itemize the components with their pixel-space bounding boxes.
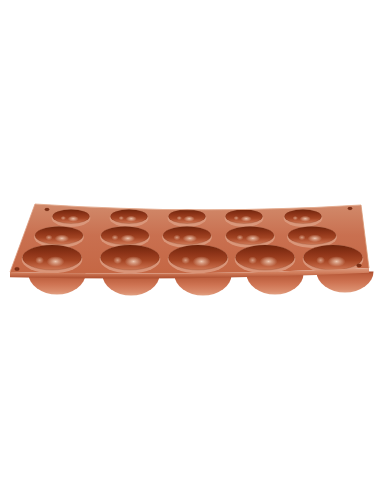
cavity [52, 209, 91, 227]
cavity [22, 245, 83, 274]
mold [10, 204, 374, 296]
cavity [34, 226, 84, 248]
cavity [225, 226, 275, 248]
cavity [100, 226, 150, 248]
cavity [284, 209, 323, 227]
baking-mold-svg [0, 0, 381, 492]
hanging-hole [348, 207, 352, 210]
cavity [168, 245, 229, 274]
cavity [235, 245, 296, 274]
cavity [287, 226, 337, 248]
page [0, 0, 381, 492]
hanging-hole [45, 208, 49, 211]
cavity [225, 209, 264, 227]
cavity [162, 226, 212, 248]
cavity [168, 209, 207, 227]
cavity [110, 209, 149, 227]
cavity [100, 245, 161, 274]
product-photo-figure [0, 0, 381, 492]
cavity-grid [22, 209, 364, 273]
hanging-hole [15, 267, 20, 270]
hanging-hole [357, 264, 362, 267]
